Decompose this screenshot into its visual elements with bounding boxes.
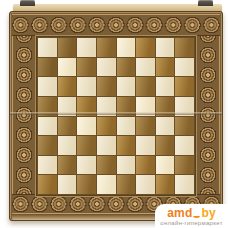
board-square <box>136 97 155 116</box>
watermark-tagline: онлайн-гипермаркет <box>160 220 222 226</box>
board-square <box>58 136 77 155</box>
brand-text-right: by <box>201 207 215 219</box>
board-square <box>156 117 175 136</box>
board-square <box>38 58 57 77</box>
board-square <box>175 136 194 155</box>
board-square <box>156 97 175 116</box>
board-square <box>136 77 155 96</box>
board-square <box>58 156 77 175</box>
board-square <box>175 38 194 57</box>
carved-border-left <box>12 36 36 194</box>
hinge-icon-right <box>198 0 213 6</box>
board-square <box>38 175 57 194</box>
board-square <box>38 117 57 136</box>
board-square <box>38 156 57 175</box>
board-square <box>175 175 194 194</box>
board-square <box>77 58 96 77</box>
board-square <box>136 38 155 57</box>
board-square <box>77 117 96 136</box>
board-square <box>97 58 116 77</box>
board-square <box>136 136 155 155</box>
board-square <box>156 156 175 175</box>
chess-board <box>9 11 223 221</box>
board-square <box>58 117 77 136</box>
watermark: amd by онлайн-гипермаркет <box>155 204 228 228</box>
board-square <box>58 175 77 194</box>
board-square <box>77 156 96 175</box>
board-square <box>97 117 116 136</box>
board-square <box>156 58 175 77</box>
brand-logo: amd by <box>167 207 216 219</box>
board-square <box>175 97 194 116</box>
board-grid <box>37 37 195 195</box>
board-square <box>77 136 96 155</box>
board-square <box>38 77 57 96</box>
board-square <box>117 77 136 96</box>
board-square <box>117 97 136 116</box>
board-square <box>117 58 136 77</box>
board-square <box>38 38 57 57</box>
board-square <box>38 97 57 116</box>
carved-border-right <box>196 36 220 194</box>
board-square <box>97 38 116 57</box>
board-square <box>38 136 57 155</box>
board-square <box>136 58 155 77</box>
board-square <box>97 175 116 194</box>
board-square <box>77 77 96 96</box>
board-square <box>58 38 77 57</box>
board-square <box>175 77 194 96</box>
board-square <box>156 38 175 57</box>
board-square <box>117 136 136 155</box>
board-square <box>136 175 155 194</box>
board-square <box>156 175 175 194</box>
board-square <box>97 97 116 116</box>
board-square <box>97 77 116 96</box>
smile-icon <box>193 210 200 218</box>
board-square <box>77 38 96 57</box>
board-square <box>117 117 136 136</box>
product-photo: amd by онлайн-гипермаркет <box>0 0 228 228</box>
board-square <box>136 156 155 175</box>
board-square <box>97 156 116 175</box>
carved-border-top <box>12 14 220 36</box>
board-square <box>117 175 136 194</box>
playing-area <box>37 37 195 195</box>
board-square <box>58 97 77 116</box>
board-square <box>175 117 194 136</box>
board-square <box>77 175 96 194</box>
board-square <box>117 156 136 175</box>
board-square <box>175 58 194 77</box>
board-square <box>58 58 77 77</box>
board-square <box>156 77 175 96</box>
board-square <box>156 136 175 155</box>
board-square <box>58 77 77 96</box>
hinge-icon-left <box>20 0 35 6</box>
board-square <box>117 38 136 57</box>
board-square <box>175 156 194 175</box>
board-square <box>97 136 116 155</box>
brand-text-left: amd <box>167 207 192 219</box>
board-square <box>136 117 155 136</box>
board-square <box>77 97 96 116</box>
